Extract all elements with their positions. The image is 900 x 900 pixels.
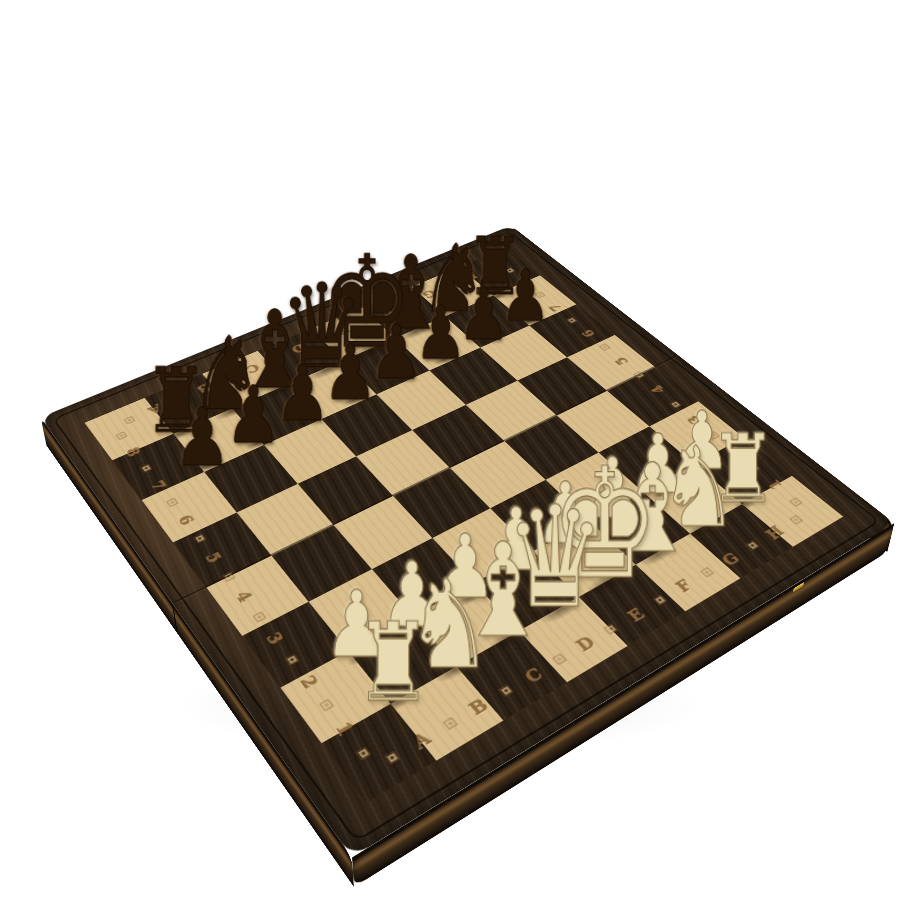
square-c1 [456,631,567,721]
board-top: AABBCCDDEEFFGGHH1122334455667788 [41,226,895,858]
square-a3 [242,602,348,688]
border-ornament [790,515,803,525]
square-c2 [413,583,519,667]
file-label-front-f: F [671,576,696,595]
file-label-front-h: H [761,523,788,543]
piece-shadow-d1 [523,586,595,635]
square-a1 [322,704,437,803]
brass-clasp-pin [793,582,805,593]
square-d4 [393,468,490,538]
rank-label-left-4: 4 [231,588,257,606]
square-c3 [372,538,474,616]
product-photo-scene: AABBCCDDEEFFGGHH1122334455667788 ♜♞♝♛♚♝♞… [0,0,900,900]
rank-label-left-5: 5 [202,549,227,566]
piece-shadow-e1 [570,556,648,608]
border-ornament [253,612,267,623]
border-ornament [319,699,334,711]
piece-shadow-f1 [625,535,687,576]
square-h1 [742,476,843,547]
piece-shadow-g1 [674,511,730,548]
rank-label-left-6: 6 [174,512,198,528]
file-label-front-b: B [465,695,493,719]
border-ornament [193,534,206,544]
border-ornament [604,623,618,634]
square-f2 [589,492,690,565]
border-ornament [700,567,714,577]
piece-shadow-g2 [641,480,683,506]
square-g2 [643,464,742,534]
border-ornament [746,541,760,551]
square-c4 [334,496,433,569]
square-a2 [280,651,390,743]
square-d1 [519,597,628,682]
chess-board-box: AABBCCDDEEFFGGHH1122334455667788 ♜♞♝♛♚♝♞… [41,226,895,858]
border-ornament [653,595,667,606]
square-b4 [271,525,371,602]
border-ornament [166,498,179,507]
piece-shadow-e2 [547,530,591,558]
square-f1 [636,534,741,612]
square-e3 [490,480,589,551]
square-a4 [206,556,308,636]
piece-shadow-a1 [369,682,426,723]
border-ornament [222,571,235,581]
border-ornament [789,497,802,506]
square-a5 [173,512,271,587]
border-ornament [285,654,299,666]
piece-shadow-h1 [723,488,771,519]
rank-label-left-2: 2 [295,672,322,692]
square-b3 [309,569,413,651]
file-label-front-c: C [520,663,547,686]
square-b5 [237,484,334,556]
piece-shadow-f2 [595,504,638,531]
piece-shadow-b2 [393,611,440,643]
square-d2 [474,551,578,631]
border-ornament [356,747,371,760]
rank-label-left-7: 7 [147,478,171,493]
piece-shadow-c2 [446,583,492,614]
file-label-front-d: D [572,633,599,656]
square-g1 [690,504,793,578]
border-ornament [552,653,567,665]
square-e2 [533,521,636,597]
square-d3 [432,508,533,583]
piece-shadow-a2 [337,640,386,673]
file-label-front-e: E [623,604,649,625]
rank-label-right-1: 1 [763,477,786,492]
square-b2 [348,616,456,704]
square-b1 [391,666,504,760]
piece-shadow-d2 [498,556,543,585]
piece-shadow-c1 [474,617,541,663]
rank-label-left-1: 1 [331,718,359,739]
border-ornament [443,717,458,730]
square-a6 [142,472,237,542]
rank-label-left-3: 3 [262,629,288,648]
border-ornament [499,685,514,697]
file-label-front-a: A [408,728,435,753]
piece-shadow-b1 [422,648,486,693]
border-ornament [384,751,399,764]
file-label-front-g: G [717,549,743,569]
square-e1 [579,565,686,646]
